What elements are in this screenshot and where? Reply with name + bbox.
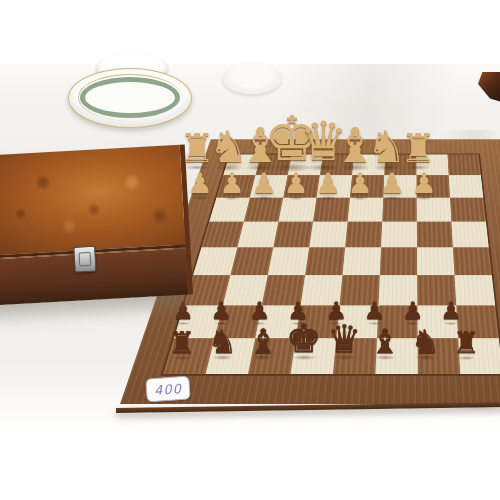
piece-box [0, 144, 193, 305]
square [215, 305, 262, 338]
square [345, 222, 382, 248]
square [377, 305, 418, 338]
square [454, 275, 495, 305]
square [268, 247, 309, 275]
board-grid [163, 154, 500, 374]
square [301, 275, 343, 305]
square [290, 338, 336, 374]
square [417, 247, 455, 275]
square [381, 222, 417, 248]
square [380, 247, 417, 275]
square [456, 305, 499, 338]
square [375, 338, 417, 374]
square [382, 198, 417, 222]
square [296, 305, 340, 338]
square [342, 247, 381, 275]
square [255, 305, 300, 338]
square [451, 222, 488, 248]
box-lid-top [0, 145, 185, 259]
square [417, 198, 452, 222]
square [273, 222, 313, 248]
plate-green-band [80, 77, 180, 118]
photo-stage: ♜♞♝♚♛♝♞♜♟♟♟♟♟♟♟♟♟♟♟♟♟♟♟♟♜♞♝♚♛♝♞♜ 400 [0, 0, 500, 500]
lot-sticker: 400 [145, 375, 191, 402]
square [237, 222, 278, 248]
square [447, 154, 480, 175]
square [339, 275, 379, 305]
square [350, 175, 384, 197]
square [449, 175, 484, 197]
square [416, 175, 450, 197]
lot-number: 400 [154, 381, 183, 398]
square [417, 222, 453, 248]
square [383, 175, 416, 197]
square [348, 198, 384, 222]
dish [222, 62, 282, 94]
square [262, 275, 305, 305]
square [320, 154, 354, 175]
square [417, 275, 456, 305]
box-latch-icon [73, 246, 96, 273]
square [309, 222, 347, 248]
square [418, 338, 461, 374]
square [384, 154, 416, 175]
square [416, 154, 448, 175]
square [230, 247, 273, 275]
square [336, 305, 378, 338]
square [283, 175, 320, 197]
square [206, 338, 256, 374]
square [378, 275, 417, 305]
square [450, 198, 486, 222]
square [255, 154, 291, 175]
square [417, 305, 458, 338]
square [244, 198, 283, 222]
square [313, 198, 350, 222]
square [278, 198, 316, 222]
square [317, 175, 353, 197]
square [305, 247, 345, 275]
square [458, 338, 500, 374]
plate [68, 68, 192, 128]
square [288, 154, 323, 175]
square [250, 175, 288, 197]
square [453, 247, 492, 275]
square [248, 338, 296, 374]
square [223, 275, 268, 305]
square [352, 154, 385, 175]
square [333, 338, 377, 374]
